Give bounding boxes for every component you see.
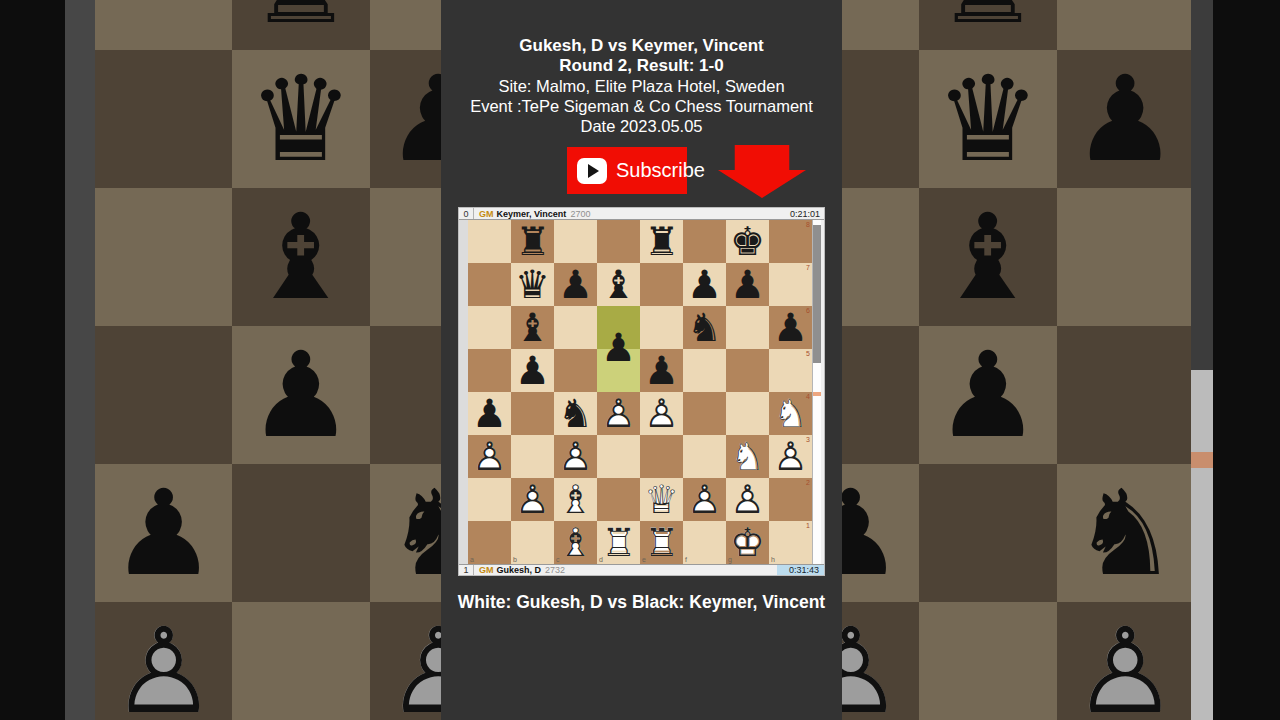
square-b3[interactable] [511, 435, 554, 478]
white-pawn-piece: ♟♙ [683, 478, 726, 521]
black-rook-piece: ♜ [232, 0, 369, 50]
black-queen-piece: ♛ [511, 263, 554, 306]
square-f6[interactable]: ♞ [683, 306, 726, 349]
white-player-title: GM [479, 565, 494, 575]
square-f8[interactable] [683, 220, 726, 263]
black-knight-piece: ♞ [370, 464, 441, 602]
square-a6 [842, 188, 919, 326]
square-a1[interactable]: a [468, 521, 511, 564]
scrollbar-marker [813, 392, 821, 396]
square-a2[interactable] [468, 478, 511, 521]
file-label: h [771, 556, 775, 563]
rank-label: 7 [806, 264, 810, 271]
square-h1[interactable]: 1h [769, 521, 812, 564]
chess-board: ♜♜♚8♛♟♝♟♟7♝♞♟6♟♟♟5♟♞♟♙♟♙♞♘4♟♙♟♙♞♘♟♙3♟♙♝♗… [468, 220, 812, 564]
square-d5[interactable]: ♟ [597, 349, 640, 392]
square-g4[interactable] [726, 392, 769, 435]
rank-label: 1 [806, 522, 810, 529]
black-queen-piece: ♛ [232, 50, 369, 188]
square-c7: ♟ [1057, 50, 1194, 188]
white-rook-piece: ♜♖ [640, 521, 683, 564]
black-player-title: GM [479, 209, 494, 219]
square-b2[interactable]: ♟♙ [511, 478, 554, 521]
square-c4: ♞ [1057, 464, 1194, 602]
square-a6[interactable] [468, 306, 511, 349]
white-pawn-piece: ♟♙ [842, 602, 919, 720]
subscribe-button[interactable]: Subscribe [567, 147, 687, 194]
white-clock: 0:31:43 [777, 565, 824, 575]
square-a3: ♟♙ [95, 602, 232, 720]
black-knight-piece: ♞ [1057, 464, 1194, 602]
background-board-grid: ♜♜♚8♛♟♝♟♟7♝♞♟6♟♟♟5♟♞♟♙♟♙♞♘4♟♙♟♙♞♘♟♙3 [842, 0, 1213, 720]
square-g5[interactable] [726, 349, 769, 392]
black-bishop-piece: ♝ [232, 188, 369, 326]
white-player-bar: 1 GM Gukesh, D 2732 0:31:43 [459, 564, 824, 575]
square-b7[interactable]: ♛ [511, 263, 554, 306]
black-king-piece: ♚ [726, 220, 769, 263]
square-c8 [1057, 0, 1194, 50]
players-line: Gukesh, D vs Keymer, Vincent [441, 36, 842, 56]
black-pawn-piece: ♟ [597, 326, 640, 369]
youtube-play-icon [577, 158, 607, 184]
black-pawn-piece: ♟ [683, 263, 726, 306]
black-pawn-piece: ♟ [842, 464, 919, 602]
rank-label: 6 [806, 307, 810, 314]
square-b7: ♛ [232, 50, 369, 188]
square-b4 [232, 464, 369, 602]
square-b8: ♜ [232, 0, 369, 50]
black-player-name: Keymer, Vincent [497, 209, 567, 219]
black-bishop-piece: ♝ [919, 188, 1056, 326]
square-c5[interactable] [554, 349, 597, 392]
stage: ♜♜♚8♛♟♝♟♟7♝♞♟6♟♟♟5♟♞♟♙♟♙♞♘4♟♙♟♙♞♘♟♙3 ♜♜♚… [0, 0, 1280, 720]
black-bishop-piece: ♝ [597, 263, 640, 306]
square-b8[interactable]: ♜ [511, 220, 554, 263]
square-e3[interactable] [640, 435, 683, 478]
white-queen-piece: ♛♕ [640, 478, 683, 521]
square-a6 [95, 188, 232, 326]
board-row: ♜♜♚8♛♟♝♟♟7♝♞♟6♟♟♟5♟♞♟♙♟♙♞♘4♟♙♟♙♞♘♟♙3♟♙♝♗… [459, 220, 824, 564]
square-g8[interactable]: ♚ [726, 220, 769, 263]
background-widget-edge [65, 0, 95, 720]
black-pawn-piece: ♟ [640, 349, 683, 392]
rank-label: 3 [806, 436, 810, 443]
square-c6 [370, 188, 441, 326]
square-d8[interactable] [597, 220, 640, 263]
black-pawn-piece: ♟ [95, 464, 232, 602]
square-c5 [1057, 326, 1194, 464]
square-e8[interactable]: ♜ [640, 220, 683, 263]
square-a4[interactable]: ♟ [468, 392, 511, 435]
black-player-rating: 2700 [570, 209, 590, 219]
file-label: f [685, 556, 687, 563]
file-label: d [599, 556, 603, 563]
square-h3[interactable]: ♟♙3 [769, 435, 812, 478]
black-player-index: 0 [459, 208, 474, 219]
black-rook-piece: ♜ [640, 220, 683, 263]
white-rook-piece: ♜♖ [597, 521, 640, 564]
white-pawn-piece: ♟♙ [1057, 602, 1194, 720]
video-frame: Gukesh, D vs Keymer, Vincent Round 2, Re… [441, 0, 842, 720]
square-h4[interactable]: ♞♘4 [769, 392, 812, 435]
chess-board-widget: 0 GM Keymer, Vincent 2700 0:21:01 ♜♜♚8♛♟… [458, 207, 825, 576]
square-h7[interactable]: 7 [769, 263, 812, 306]
rank-label: 8 [806, 221, 810, 228]
square-b7: ♛ [919, 50, 1056, 188]
black-queen-piece: ♛ [919, 50, 1056, 188]
square-e2[interactable]: ♛♕ [640, 478, 683, 521]
square-b5: ♟ [919, 326, 1056, 464]
square-f3[interactable] [683, 435, 726, 478]
white-pawn-piece: ♟♙ [640, 392, 683, 435]
square-c6 [1057, 188, 1194, 326]
square-d2[interactable] [597, 478, 640, 521]
square-h6[interactable]: ♟6 [769, 306, 812, 349]
black-knight-piece: ♞ [683, 306, 726, 349]
game-info-header: Gukesh, D vs Keymer, Vincent Round 2, Re… [441, 36, 842, 136]
black-pawn-piece: ♟ [1057, 50, 1194, 188]
down-arrow-icon [718, 145, 806, 198]
white-player-index: 1 [459, 565, 474, 575]
file-label: g [728, 556, 732, 563]
white-pawn-piece: ♟♙ [554, 435, 597, 478]
square-d3[interactable] [597, 435, 640, 478]
square-f1[interactable]: f [683, 521, 726, 564]
square-e1[interactable]: ♜♖e [640, 521, 683, 564]
square-a4: ♟ [95, 464, 232, 602]
black-pawn-piece: ♟ [554, 263, 597, 306]
square-b6[interactable]: ♝ [511, 306, 554, 349]
square-a3: ♟♙ [842, 602, 919, 720]
white-pawn-piece: ♟♙ [370, 602, 441, 720]
square-b4 [919, 464, 1056, 602]
square-b6: ♝ [232, 188, 369, 326]
square-b8: ♜ [919, 0, 1056, 50]
square-d7[interactable]: ♝ [597, 263, 640, 306]
square-f4[interactable] [683, 392, 726, 435]
square-a7 [842, 50, 919, 188]
square-b1[interactable]: b [511, 521, 554, 564]
square-a8[interactable] [468, 220, 511, 263]
square-g2[interactable]: ♟♙ [726, 478, 769, 521]
white-bishop-piece: ♝♗ [554, 478, 597, 521]
black-pawn-piece: ♟ [232, 326, 369, 464]
square-b3 [232, 602, 369, 720]
square-c8 [370, 0, 441, 50]
square-c1[interactable]: ♝♗c [554, 521, 597, 564]
square-c5 [370, 326, 441, 464]
square-c3: ♟♙ [370, 602, 441, 720]
white-pawn-piece: ♟♙ [726, 478, 769, 521]
black-pawn-piece: ♟ [370, 50, 441, 188]
square-b4[interactable] [511, 392, 554, 435]
square-h8[interactable]: 8 [769, 220, 812, 263]
square-h5[interactable]: 5 [769, 349, 812, 392]
square-a5[interactable] [468, 349, 511, 392]
date-line: Date 2023.05.05 [441, 116, 842, 136]
square-c3[interactable]: ♟♙ [554, 435, 597, 478]
white-pawn-piece: ♟♙ [511, 478, 554, 521]
background-board-right: ♜♜♚8♛♟♝♟♟7♝♞♟6♟♟♟5♟♞♟♙♟♙♞♘4♟♙♟♙♞♘♟♙3 [842, 0, 1213, 720]
scrollbar-thumb[interactable] [813, 225, 821, 363]
square-a5 [95, 326, 232, 464]
square-c4[interactable]: ♞ [554, 392, 597, 435]
rank-label: 4 [806, 393, 810, 400]
board-scrollbar[interactable] [812, 220, 821, 564]
square-h2[interactable]: 2 [769, 478, 812, 521]
black-clock: 0:21:01 [790, 209, 824, 219]
square-c6[interactable] [554, 306, 597, 349]
square-a5 [842, 326, 919, 464]
square-c7[interactable]: ♟ [554, 263, 597, 306]
square-a7 [95, 50, 232, 188]
square-a8 [842, 0, 919, 50]
caption: White: Gukesh, D vs Black: Keymer, Vince… [441, 592, 842, 613]
round-result-line: Round 2, Result: 1-0 [441, 56, 842, 76]
square-f2[interactable]: ♟♙ [683, 478, 726, 521]
square-c3: ♟♙ [1057, 602, 1194, 720]
white-pawn-piece: ♟♙ [597, 392, 640, 435]
square-c8[interactable] [554, 220, 597, 263]
square-g7[interactable]: ♟ [726, 263, 769, 306]
site-line: Site: Malmo, Elite Plaza Hotel, Sweden [441, 76, 842, 96]
square-g1[interactable]: ♚♔g [726, 521, 769, 564]
board-left-gutter [459, 220, 468, 564]
black-pawn-piece: ♟ [919, 326, 1056, 464]
square-f7[interactable]: ♟ [683, 263, 726, 306]
black-pawn-piece: ♟ [468, 392, 511, 435]
square-e7[interactable] [640, 263, 683, 306]
white-pawn-piece: ♟♙ [468, 435, 511, 478]
black-rook-piece: ♜ [919, 0, 1056, 50]
square-b5[interactable]: ♟ [511, 349, 554, 392]
square-e6[interactable] [640, 306, 683, 349]
black-player-bar: 0 GM Keymer, Vincent 2700 0:21:01 [459, 208, 824, 220]
square-d1[interactable]: ♜♖d [597, 521, 640, 564]
square-d4[interactable]: ♟♙ [597, 392, 640, 435]
white-player-rating: 2732 [545, 565, 565, 575]
black-pawn-piece: ♟ [726, 263, 769, 306]
square-b5: ♟ [232, 326, 369, 464]
file-label: c [556, 556, 560, 563]
square-a8 [95, 0, 232, 50]
file-label: e [642, 556, 646, 563]
square-a4: ♟ [842, 464, 919, 602]
white-knight-piece: ♞♘ [726, 435, 769, 478]
square-b3 [919, 602, 1056, 720]
file-label: b [513, 556, 517, 563]
background-scrollbar [1191, 0, 1213, 720]
subscribe-label: Subscribe [616, 159, 705, 182]
event-line: Event :TePe Sigeman & Co Chess Tournamen… [441, 96, 842, 116]
rank-label: 2 [806, 479, 810, 486]
white-pawn-piece: ♟♙ [95, 602, 232, 720]
square-g3[interactable]: ♞♘ [726, 435, 769, 478]
square-c4: ♞ [370, 464, 441, 602]
play-triangle-icon [588, 164, 599, 178]
square-e5[interactable]: ♟ [640, 349, 683, 392]
white-player-name: Gukesh, D [497, 565, 542, 575]
rank-label: 5 [806, 350, 810, 357]
file-label: a [470, 556, 474, 563]
background-board-grid: ♜♜♚8♛♟♝♟♟7♝♞♟6♟♟♟5♟♞♟♙♟♙♞♘4♟♙♟♙♞♘♟♙3 [95, 0, 441, 720]
square-c7: ♟ [370, 50, 441, 188]
black-knight-piece: ♞ [554, 392, 597, 435]
square-f5[interactable] [683, 349, 726, 392]
black-rook-piece: ♜ [511, 220, 554, 263]
background-board-left: ♜♜♚8♛♟♝♟♟7♝♞♟6♟♟♟5♟♞♟♙♟♙♞♘4♟♙♟♙♞♘♟♙3 [65, 0, 441, 720]
white-bishop-piece: ♝♗ [554, 521, 597, 564]
black-bishop-piece: ♝ [511, 306, 554, 349]
white-king-piece: ♚♔ [726, 521, 769, 564]
square-e4[interactable]: ♟♙ [640, 392, 683, 435]
square-g6[interactable] [726, 306, 769, 349]
square-b6: ♝ [919, 188, 1056, 326]
square-a3[interactable]: ♟♙ [468, 435, 511, 478]
square-a7[interactable] [468, 263, 511, 306]
black-pawn-piece: ♟ [511, 349, 554, 392]
square-c2[interactable]: ♝♗ [554, 478, 597, 521]
